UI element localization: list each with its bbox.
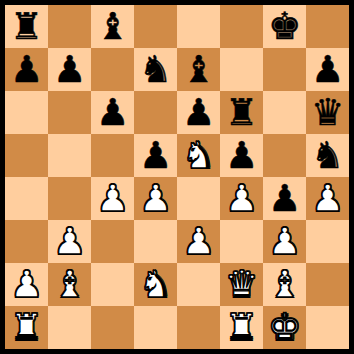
square-f6[interactable]: ♜	[220, 91, 263, 134]
square-e6[interactable]: ♟	[177, 91, 220, 134]
square-b7[interactable]: ♟	[48, 48, 91, 91]
square-d3[interactable]	[134, 220, 177, 263]
piece-white-pawn: ♟	[177, 220, 220, 263]
piece-black-pawn: ♟	[306, 48, 349, 91]
square-e8[interactable]	[177, 5, 220, 48]
piece-black-knight: ♞	[306, 134, 349, 177]
square-c3[interactable]	[91, 220, 134, 263]
square-d8[interactable]	[134, 5, 177, 48]
piece-black-queen: ♛	[306, 91, 349, 134]
piece-black-king: ♚	[263, 5, 306, 48]
piece-white-pawn: ♟	[5, 263, 48, 306]
piece-black-pawn: ♟	[5, 48, 48, 91]
piece-black-pawn: ♟	[134, 134, 177, 177]
square-g5[interactable]	[263, 134, 306, 177]
square-f2[interactable]: ♛	[220, 263, 263, 306]
piece-black-pawn: ♟	[263, 177, 306, 220]
piece-white-bishop: ♝	[48, 263, 91, 306]
square-d5[interactable]: ♟	[134, 134, 177, 177]
square-h6[interactable]: ♛	[306, 91, 349, 134]
piece-black-pawn: ♟	[91, 91, 134, 134]
square-b1[interactable]	[48, 306, 91, 349]
square-h2[interactable]	[306, 263, 349, 306]
square-g1[interactable]: ♚	[263, 306, 306, 349]
piece-white-pawn: ♟	[91, 177, 134, 220]
square-e7[interactable]: ♝	[177, 48, 220, 91]
piece-white-rook: ♜	[5, 306, 48, 349]
square-c4[interactable]: ♟	[91, 177, 134, 220]
square-h7[interactable]: ♟	[306, 48, 349, 91]
square-c2[interactable]	[91, 263, 134, 306]
square-a4[interactable]	[5, 177, 48, 220]
square-d2[interactable]: ♞	[134, 263, 177, 306]
square-d4[interactable]: ♟	[134, 177, 177, 220]
piece-white-pawn: ♟	[48, 220, 91, 263]
square-f7[interactable]	[220, 48, 263, 91]
square-e5[interactable]: ♞	[177, 134, 220, 177]
square-c8[interactable]: ♝	[91, 5, 134, 48]
square-f5[interactable]: ♟	[220, 134, 263, 177]
square-a7[interactable]: ♟	[5, 48, 48, 91]
square-c5[interactable]	[91, 134, 134, 177]
square-g2[interactable]: ♝	[263, 263, 306, 306]
square-f4[interactable]: ♟	[220, 177, 263, 220]
square-f3[interactable]	[220, 220, 263, 263]
piece-white-pawn: ♟	[220, 177, 263, 220]
square-b3[interactable]: ♟	[48, 220, 91, 263]
square-d6[interactable]	[134, 91, 177, 134]
piece-white-knight: ♞	[134, 263, 177, 306]
piece-white-rook: ♜	[220, 306, 263, 349]
square-a6[interactable]	[5, 91, 48, 134]
square-e2[interactable]	[177, 263, 220, 306]
square-f1[interactable]: ♜	[220, 306, 263, 349]
square-a8[interactable]: ♜	[5, 5, 48, 48]
chess-board: ♜♝♚♟♟♞♝♟♟♟♜♛♟♞♟♞♟♟♟♟♟♟♟♟♟♝♞♛♝♜♜♚	[5, 5, 349, 349]
square-a3[interactable]	[5, 220, 48, 263]
square-b8[interactable]	[48, 5, 91, 48]
piece-black-knight: ♞	[134, 48, 177, 91]
square-a2[interactable]: ♟	[5, 263, 48, 306]
square-f8[interactable]	[220, 5, 263, 48]
square-g7[interactable]	[263, 48, 306, 91]
piece-black-bishop: ♝	[177, 48, 220, 91]
square-b2[interactable]: ♝	[48, 263, 91, 306]
piece-white-bishop: ♝	[263, 263, 306, 306]
piece-white-pawn: ♟	[306, 177, 349, 220]
square-c6[interactable]: ♟	[91, 91, 134, 134]
square-e1[interactable]	[177, 306, 220, 349]
square-h3[interactable]	[306, 220, 349, 263]
piece-black-pawn: ♟	[177, 91, 220, 134]
square-h4[interactable]: ♟	[306, 177, 349, 220]
chess-board-frame: ♜♝♚♟♟♞♝♟♟♟♜♛♟♞♟♞♟♟♟♟♟♟♟♟♟♝♞♛♝♜♜♚	[0, 0, 354, 354]
square-b4[interactable]	[48, 177, 91, 220]
piece-white-queen: ♛	[220, 263, 263, 306]
square-h1[interactable]	[306, 306, 349, 349]
square-e3[interactable]: ♟	[177, 220, 220, 263]
square-b5[interactable]	[48, 134, 91, 177]
square-c7[interactable]	[91, 48, 134, 91]
square-g8[interactable]: ♚	[263, 5, 306, 48]
square-b6[interactable]	[48, 91, 91, 134]
piece-white-pawn: ♟	[263, 220, 306, 263]
square-g3[interactable]: ♟	[263, 220, 306, 263]
square-d7[interactable]: ♞	[134, 48, 177, 91]
piece-black-rook: ♜	[5, 5, 48, 48]
piece-black-rook: ♜	[220, 91, 263, 134]
square-h5[interactable]: ♞	[306, 134, 349, 177]
square-g6[interactable]	[263, 91, 306, 134]
square-a5[interactable]	[5, 134, 48, 177]
square-c1[interactable]	[91, 306, 134, 349]
piece-white-knight: ♞	[177, 134, 220, 177]
piece-black-pawn: ♟	[48, 48, 91, 91]
square-d1[interactable]	[134, 306, 177, 349]
piece-white-pawn: ♟	[134, 177, 177, 220]
piece-black-bishop: ♝	[91, 5, 134, 48]
square-g4[interactable]: ♟	[263, 177, 306, 220]
square-h8[interactable]	[306, 5, 349, 48]
piece-white-king: ♚	[263, 306, 306, 349]
square-a1[interactable]: ♜	[5, 306, 48, 349]
square-e4[interactable]	[177, 177, 220, 220]
piece-black-pawn: ♟	[220, 134, 263, 177]
